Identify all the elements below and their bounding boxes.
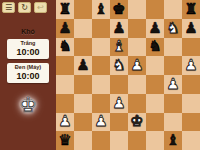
square-a5[interactable]	[56, 56, 74, 75]
white-knight[interactable]: ♞	[112, 58, 125, 73]
white-clock-label: Trắng	[7, 40, 49, 47]
square-f7[interactable]: ♟	[146, 19, 164, 38]
toolbar: ☰ ↻ ↩	[0, 0, 56, 13]
black-queen[interactable]: ♛	[58, 133, 71, 148]
square-f5[interactable]	[146, 56, 164, 75]
menu-button[interactable]: ☰	[2, 2, 15, 13]
square-e7[interactable]	[128, 19, 146, 38]
white-king-icon: ♚	[0, 93, 56, 117]
square-b5[interactable]: ♟	[74, 56, 92, 75]
square-c3[interactable]	[92, 94, 110, 113]
square-e1[interactable]	[128, 131, 146, 150]
black-pawn[interactable]: ♟	[76, 58, 89, 73]
square-a4[interactable]	[56, 75, 74, 94]
square-b8[interactable]	[74, 0, 92, 19]
square-d7[interactable]: ♟	[110, 19, 128, 38]
difficulty-label: Khó	[0, 28, 56, 35]
white-knight[interactable]: ♞	[166, 21, 179, 36]
square-b7[interactable]	[74, 19, 92, 38]
square-g4[interactable]: ♟	[164, 75, 182, 94]
hamburger-icon: ☰	[5, 4, 12, 12]
square-e8[interactable]	[128, 0, 146, 19]
square-f6[interactable]: ♞	[146, 38, 164, 57]
square-h6[interactable]	[182, 38, 200, 57]
square-c8[interactable]: ♝	[92, 0, 110, 19]
white-clock-time: 10:00	[7, 47, 49, 57]
square-a7[interactable]: ♟	[56, 19, 74, 38]
square-e4[interactable]	[128, 75, 146, 94]
white-king[interactable]: ♚	[130, 114, 143, 129]
square-g3[interactable]	[164, 94, 182, 113]
square-h5[interactable]: ♟	[182, 56, 200, 75]
square-d6[interactable]: ♝	[110, 38, 128, 57]
white-bishop[interactable]: ♝	[112, 39, 125, 54]
undo-button[interactable]: ↩	[34, 2, 47, 13]
square-g5[interactable]	[164, 56, 182, 75]
square-d3[interactable]: ♟	[110, 94, 128, 113]
white-pawn[interactable]: ♟	[112, 96, 125, 111]
restart-icon: ↻	[21, 4, 28, 12]
chess-app: ☰ ↻ ↩ Khó Trắng 10:00 Đen (Máy) 10:00 ♚ …	[0, 0, 200, 150]
square-f1[interactable]	[146, 131, 164, 150]
white-pawn[interactable]: ♟	[94, 114, 107, 129]
white-pawn[interactable]: ♟	[184, 58, 197, 73]
square-h2[interactable]	[182, 113, 200, 132]
square-e3[interactable]	[128, 94, 146, 113]
square-b4[interactable]	[74, 75, 92, 94]
square-e2[interactable]: ♚	[128, 113, 146, 132]
black-pawn[interactable]: ♟	[112, 21, 125, 36]
square-e5[interactable]: ♟	[128, 56, 146, 75]
square-c5[interactable]	[92, 56, 110, 75]
square-d2[interactable]	[110, 113, 128, 132]
square-h1[interactable]	[182, 131, 200, 150]
square-f2[interactable]	[146, 113, 164, 132]
black-bishop[interactable]: ♝	[166, 133, 179, 148]
square-g6[interactable]	[164, 38, 182, 57]
black-rook[interactable]: ♜	[58, 2, 71, 17]
black-clock-time: 10:00	[7, 71, 49, 81]
square-a2[interactable]: ♟	[56, 113, 74, 132]
black-knight[interactable]: ♞	[148, 39, 161, 54]
square-g2[interactable]	[164, 113, 182, 132]
square-a3[interactable]	[56, 94, 74, 113]
square-h8[interactable]: ♜	[182, 0, 200, 19]
square-d4[interactable]	[110, 75, 128, 94]
square-a6[interactable]: ♞	[56, 38, 74, 57]
square-g7[interactable]: ♞	[164, 19, 182, 38]
square-f8[interactable]	[146, 0, 164, 19]
restart-button[interactable]: ↻	[18, 2, 31, 13]
black-rook[interactable]: ♜	[184, 2, 197, 17]
square-h4[interactable]	[182, 75, 200, 94]
black-knight[interactable]: ♞	[58, 39, 71, 54]
black-pawn[interactable]: ♟	[184, 21, 197, 36]
square-a8[interactable]: ♜	[56, 0, 74, 19]
black-pawn[interactable]: ♟	[58, 21, 71, 36]
square-d8[interactable]: ♚	[110, 0, 128, 19]
square-d5[interactable]: ♞	[110, 56, 128, 75]
square-h3[interactable]	[182, 94, 200, 113]
white-pawn[interactable]: ♟	[166, 77, 179, 92]
square-f4[interactable]	[146, 75, 164, 94]
square-c6[interactable]	[92, 38, 110, 57]
square-e6[interactable]	[128, 38, 146, 57]
square-a1[interactable]: ♛	[56, 131, 74, 150]
white-pawn[interactable]: ♟	[58, 114, 71, 129]
white-clock: Trắng 10:00	[7, 39, 49, 59]
black-pawn[interactable]: ♟	[148, 21, 161, 36]
square-c7[interactable]	[92, 19, 110, 38]
chess-board: ♜♝♚♜♟♟♟♞♟♞♝♞♟♞♟♟♟♟♟♟♚♛♝	[56, 0, 200, 150]
sidebar: ☰ ↻ ↩ Khó Trắng 10:00 Đen (Máy) 10:00 ♚	[0, 0, 56, 150]
square-b6[interactable]	[74, 38, 92, 57]
black-king[interactable]: ♚	[112, 2, 125, 17]
square-g1[interactable]: ♝	[164, 131, 182, 150]
square-f3[interactable]	[146, 94, 164, 113]
undo-icon: ↩	[37, 4, 44, 12]
black-bishop[interactable]: ♝	[94, 2, 107, 17]
square-b2[interactable]	[74, 113, 92, 132]
white-pawn[interactable]: ♟	[130, 58, 143, 73]
square-b3[interactable]	[74, 94, 92, 113]
square-h7[interactable]: ♟	[182, 19, 200, 38]
square-g8[interactable]	[164, 0, 182, 19]
square-c1[interactable]	[92, 131, 110, 150]
square-c2[interactable]: ♟	[92, 113, 110, 132]
black-clock-label: Đen (Máy)	[7, 64, 49, 71]
square-d1[interactable]	[110, 131, 128, 150]
square-b1[interactable]	[74, 131, 92, 150]
square-c4[interactable]	[92, 75, 110, 94]
black-clock: Đen (Máy) 10:00	[7, 63, 49, 83]
